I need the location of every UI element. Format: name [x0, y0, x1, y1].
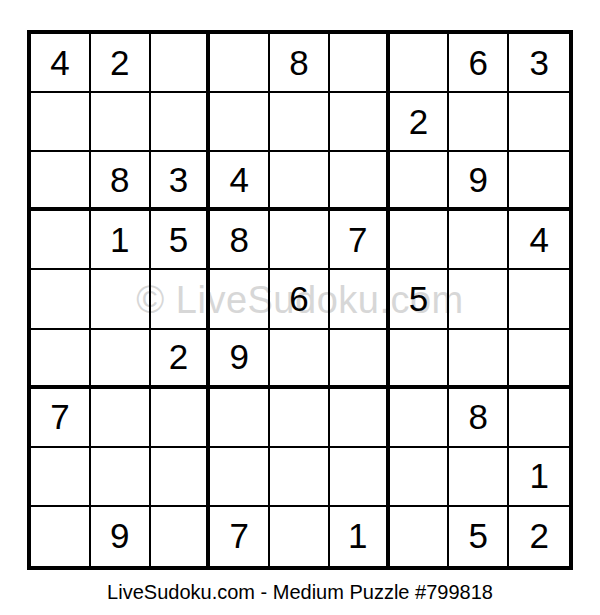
cell-r4c1	[31, 211, 91, 270]
sudoku-grid: 428632834915874652978197152	[31, 34, 569, 566]
cell-r5c1	[31, 270, 91, 329]
cell-r6c5	[270, 330, 330, 389]
cell-r6c1	[31, 330, 91, 389]
cell-r7c8: 8	[449, 389, 509, 448]
cell-r9c3	[151, 507, 211, 566]
cell-r1c7	[390, 34, 450, 93]
cell-r1c6	[330, 34, 390, 93]
cell-r1c4	[210, 34, 270, 93]
cell-r8c3	[151, 448, 211, 507]
sudoku-board: © LiveSudoku.com 42863283491587465297819…	[27, 30, 573, 570]
cell-r4c2: 1	[91, 211, 151, 270]
cell-r3c1	[31, 152, 91, 211]
cell-r3c2: 8	[91, 152, 151, 211]
cell-r9c8: 5	[449, 507, 509, 566]
cell-r9c2: 9	[91, 507, 151, 566]
cell-r8c6	[330, 448, 390, 507]
cell-r6c8	[449, 330, 509, 389]
page: © LiveSudoku.com 42863283491587465297819…	[0, 0, 600, 615]
cell-r2c8	[449, 93, 509, 152]
cell-r2c1	[31, 93, 91, 152]
cell-r4c7	[390, 211, 450, 270]
cell-r8c4	[210, 448, 270, 507]
cell-r4c3: 5	[151, 211, 211, 270]
cell-r7c4	[210, 389, 270, 448]
cell-r5c4	[210, 270, 270, 329]
cell-r7c9	[509, 389, 569, 448]
cell-r3c8: 9	[449, 152, 509, 211]
cell-r3c7	[390, 152, 450, 211]
cell-r8c7	[390, 448, 450, 507]
cell-r3c5	[270, 152, 330, 211]
cell-r6c9	[509, 330, 569, 389]
cell-r4c6: 7	[330, 211, 390, 270]
cell-r8c9: 1	[509, 448, 569, 507]
cell-r9c1	[31, 507, 91, 566]
cell-r9c5	[270, 507, 330, 566]
cell-r5c9	[509, 270, 569, 329]
cell-r3c4: 4	[210, 152, 270, 211]
cell-r1c2: 2	[91, 34, 151, 93]
cell-r5c7: 5	[390, 270, 450, 329]
cell-r6c7	[390, 330, 450, 389]
cell-r4c5	[270, 211, 330, 270]
cell-r9c9: 2	[509, 507, 569, 566]
cell-r5c2	[91, 270, 151, 329]
cell-r4c9: 4	[509, 211, 569, 270]
cell-r6c6	[330, 330, 390, 389]
cell-r8c1	[31, 448, 91, 507]
cell-r2c3	[151, 93, 211, 152]
cell-r3c3: 3	[151, 152, 211, 211]
cell-r8c2	[91, 448, 151, 507]
cell-r8c5	[270, 448, 330, 507]
cell-r1c9: 3	[509, 34, 569, 93]
cell-r5c6	[330, 270, 390, 329]
cell-r2c9	[509, 93, 569, 152]
cell-r4c8	[449, 211, 509, 270]
cell-r7c3	[151, 389, 211, 448]
cell-r2c7: 2	[390, 93, 450, 152]
puzzle-caption: LiveSudoku.com - Medium Puzzle #799818	[0, 581, 600, 604]
cell-r3c9	[509, 152, 569, 211]
cell-r1c8: 6	[449, 34, 509, 93]
cell-r9c4: 7	[210, 507, 270, 566]
cell-r9c6: 1	[330, 507, 390, 566]
cell-r5c3	[151, 270, 211, 329]
cell-r9c7	[390, 507, 450, 566]
cell-r6c2	[91, 330, 151, 389]
cell-r4c4: 8	[210, 211, 270, 270]
cell-r7c5	[270, 389, 330, 448]
cell-r8c8	[449, 448, 509, 507]
cell-r2c6	[330, 93, 390, 152]
cell-r6c4: 9	[210, 330, 270, 389]
cell-r2c2	[91, 93, 151, 152]
cell-r7c7	[390, 389, 450, 448]
cell-r7c1: 7	[31, 389, 91, 448]
cell-r7c2	[91, 389, 151, 448]
cell-r7c6	[330, 389, 390, 448]
cell-r6c3: 2	[151, 330, 211, 389]
cell-r2c4	[210, 93, 270, 152]
cell-r5c5: 6	[270, 270, 330, 329]
cell-r1c5: 8	[270, 34, 330, 93]
cell-r5c8	[449, 270, 509, 329]
cell-r3c6	[330, 152, 390, 211]
cell-r1c3	[151, 34, 211, 93]
cell-r2c5	[270, 93, 330, 152]
cell-r1c1: 4	[31, 34, 91, 93]
